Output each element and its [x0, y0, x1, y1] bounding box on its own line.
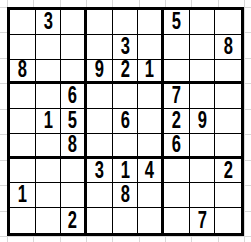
cell-r6c2[interactable]	[36, 134, 62, 159]
cell-r5c2[interactable]: 1	[36, 109, 62, 134]
given-digit: 1	[120, 159, 129, 183]
cell-r4c1[interactable]	[10, 84, 36, 109]
cell-r9c3[interactable]: 2	[61, 208, 87, 233]
cell-r4c8[interactable]	[190, 84, 216, 109]
cell-r3c5[interactable]: 2	[113, 60, 139, 85]
cell-r7c4[interactable]: 3	[87, 159, 113, 184]
given-digit: 1	[145, 60, 154, 83]
cell-r8c9[interactable]	[215, 183, 241, 208]
cell-r9c4[interactable]	[87, 208, 113, 233]
cell-r9c8[interactable]: 7	[190, 208, 216, 233]
given-digit: 3	[43, 10, 52, 34]
cell-r2c3[interactable]	[61, 35, 87, 60]
cell-r7c7[interactable]	[164, 159, 190, 184]
margin-gridline-vertical	[244, 0, 245, 242]
cell-r6c8[interactable]	[190, 134, 216, 159]
cell-r5c3[interactable]: 5	[61, 109, 87, 134]
given-digit: 2	[68, 209, 77, 233]
cell-r4c6[interactable]	[138, 84, 164, 109]
cell-r8c8[interactable]	[190, 183, 216, 208]
cell-r8c6[interactable]	[138, 183, 164, 208]
given-digit: 8	[120, 183, 129, 207]
cell-r1c9[interactable]	[215, 10, 241, 35]
given-digit: 3	[95, 159, 104, 183]
given-digit: 4	[145, 159, 154, 183]
cell-r8c1[interactable]: 1	[10, 183, 36, 208]
cell-r6c5[interactable]	[113, 134, 139, 159]
sudoku-page: 3538892167156298631421827	[0, 0, 251, 242]
given-digit: 9	[197, 109, 206, 133]
cell-r7c3[interactable]	[61, 159, 87, 184]
cell-r3c9[interactable]	[215, 60, 241, 85]
given-digit: 9	[95, 60, 104, 83]
cell-r8c3[interactable]	[61, 183, 87, 208]
cell-r1c1[interactable]	[10, 10, 36, 35]
cell-r9c1[interactable]	[10, 208, 36, 233]
cell-r9c6[interactable]	[138, 208, 164, 233]
cell-r3c7[interactable]	[164, 60, 190, 85]
cell-r9c2[interactable]	[36, 208, 62, 233]
given-digit: 5	[172, 10, 181, 34]
cell-r5c4[interactable]	[87, 109, 113, 134]
cell-r7c1[interactable]	[10, 159, 36, 184]
cell-r7c8[interactable]	[190, 159, 216, 184]
cell-r6c4[interactable]	[87, 134, 113, 159]
sudoku-board: 3538892167156298631421827	[7, 7, 244, 236]
cell-r2c4[interactable]	[87, 35, 113, 60]
cell-r8c2[interactable]	[36, 183, 62, 208]
given-digit: 5	[68, 109, 77, 133]
given-digit: 2	[224, 159, 233, 183]
cell-r9c7[interactable]	[164, 208, 190, 233]
cell-r1c2[interactable]: 3	[36, 10, 62, 35]
cell-r6c3[interactable]: 8	[61, 134, 87, 159]
cell-r2c1[interactable]	[10, 35, 36, 60]
given-digit: 8	[68, 134, 77, 157]
cell-r7c5[interactable]: 1	[113, 159, 139, 184]
given-digit: 1	[18, 183, 27, 207]
given-digit: 2	[172, 109, 181, 133]
cell-r3c6[interactable]: 1	[138, 60, 164, 85]
given-digit: 6	[68, 84, 77, 108]
cell-r9c9[interactable]	[215, 208, 241, 233]
given-digit: 7	[197, 209, 206, 233]
given-digit: 6	[172, 134, 181, 157]
cell-r3c8[interactable]	[190, 60, 216, 85]
cell-r7c6[interactable]: 4	[138, 159, 164, 184]
cell-r6c6[interactable]	[138, 134, 164, 159]
cell-r5c6[interactable]	[138, 109, 164, 134]
cell-r6c9[interactable]	[215, 134, 241, 159]
given-digit: 2	[120, 60, 129, 83]
cell-r2c6[interactable]	[138, 35, 164, 60]
given-digit: 7	[172, 84, 181, 108]
cell-r1c4[interactable]	[87, 10, 113, 35]
given-digit: 8	[18, 60, 27, 83]
cell-r1c3[interactable]	[61, 10, 87, 35]
cell-r4c7[interactable]: 7	[164, 84, 190, 109]
cell-r2c9[interactable]: 8	[215, 35, 241, 60]
cell-r4c3[interactable]: 6	[61, 84, 87, 109]
given-digit: 8	[224, 35, 233, 59]
cell-r9c5[interactable]	[113, 208, 139, 233]
cell-r2c8[interactable]	[190, 35, 216, 60]
cell-r3c2[interactable]	[36, 60, 62, 85]
cell-r2c7[interactable]	[164, 35, 190, 60]
cell-r5c7[interactable]: 2	[164, 109, 190, 134]
cell-r4c9[interactable]	[215, 84, 241, 109]
cell-r1c5[interactable]	[113, 10, 139, 35]
given-digit: 3	[120, 35, 129, 59]
cell-r7c2[interactable]	[36, 159, 62, 184]
cell-r4c5[interactable]	[113, 84, 139, 109]
cell-r3c4[interactable]: 9	[87, 60, 113, 85]
given-digit: 1	[43, 109, 52, 133]
cell-r5c8[interactable]: 9	[190, 109, 216, 134]
cell-r4c4[interactable]	[87, 84, 113, 109]
cell-r2c5[interactable]: 3	[113, 35, 139, 60]
cell-r1c8[interactable]	[190, 10, 216, 35]
cell-r1c7[interactable]: 5	[164, 10, 190, 35]
cell-r3c3[interactable]	[61, 60, 87, 85]
cell-r8c7[interactable]	[164, 183, 190, 208]
cell-r6c1[interactable]	[10, 134, 36, 159]
cell-r5c9[interactable]	[215, 109, 241, 134]
margin-gridline-horizontal	[0, 236, 251, 237]
cell-r4c2[interactable]	[36, 84, 62, 109]
cell-r8c5[interactable]: 8	[113, 183, 139, 208]
cell-r2c2[interactable]	[36, 35, 62, 60]
given-digit: 6	[120, 109, 129, 133]
cell-r8c4[interactable]	[87, 183, 113, 208]
cell-r7c9[interactable]: 2	[215, 159, 241, 184]
cell-r3c1[interactable]: 8	[10, 60, 36, 85]
cell-r5c5[interactable]: 6	[113, 109, 139, 134]
cell-r1c6[interactable]	[138, 10, 164, 35]
cell-r6c7[interactable]: 6	[164, 134, 190, 159]
cell-r5c1[interactable]	[10, 109, 36, 134]
